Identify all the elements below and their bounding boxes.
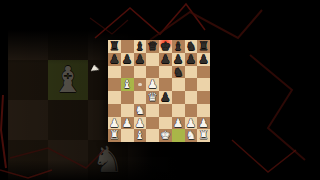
white-rook: ♜ (198, 129, 209, 142)
square-e3[interactable] (159, 104, 172, 117)
chess-board[interactable]: ♜♝♛♚♝♞♜♟♟♟♟♟♟♟♞♝♟♛♟♞♟♟♟♟♟♟♜♝♚♞♜ (108, 40, 210, 142)
square-f3 (208, 140, 248, 180)
square-g4 (248, 100, 288, 140)
square-g5 (248, 60, 288, 100)
black-pawn: ♟ (252, 0, 284, 20)
square-g3 (248, 140, 288, 180)
square-b4[interactable] (121, 91, 134, 104)
white-pawn: ♟ (122, 117, 133, 130)
black-pawn: ♟ (198, 53, 209, 66)
black-pawn: ♟ (172, 0, 204, 20)
square-e8[interactable]: ♚ (159, 40, 172, 53)
square-f4[interactable] (172, 91, 185, 104)
square-h3[interactable] (197, 104, 210, 117)
square-e1[interactable]: ♚ (159, 129, 172, 142)
square-e7: ♟ (168, 0, 208, 20)
square-g4[interactable] (185, 91, 198, 104)
square-f1[interactable] (172, 129, 185, 142)
black-pawn: ♟ (173, 53, 184, 66)
square-h4[interactable] (197, 91, 210, 104)
white-bishop: ♝ (135, 129, 146, 142)
square-f8[interactable]: ♝ (172, 40, 185, 53)
black-king: ♚ (160, 40, 171, 53)
square-e4[interactable]: ♟ (159, 91, 172, 104)
square-g6[interactable] (185, 66, 198, 79)
black-knight: ♞ (173, 66, 184, 79)
white-pawn: ♟ (173, 117, 184, 130)
square-f4 (208, 100, 248, 140)
square-b3[interactable] (121, 104, 134, 117)
square-c7[interactable]: ♟ (134, 53, 147, 66)
square-f5 (208, 60, 248, 100)
white-king: ♚ (160, 129, 171, 142)
square-f3[interactable] (172, 104, 185, 117)
square-h5[interactable] (197, 78, 210, 91)
square-d2[interactable] (146, 117, 159, 130)
square-f7: ♟ (208, 0, 248, 20)
square-h6 (288, 20, 320, 60)
black-pawn: ♟ (212, 0, 244, 20)
white-bishop: ♝ (52, 60, 84, 100)
black-bishop: ♝ (173, 40, 184, 53)
square-g3[interactable] (185, 104, 198, 117)
square-a5 (8, 60, 48, 100)
square-c1[interactable]: ♝ (134, 129, 147, 142)
video-frame: ♜♝♛♚♝♞♜♟♟♟♟♟♟♟♞♝♟♛♟♞♟♟♟♟♟♟♜♝♚♞♜ ♜♝♛♚♝♞♜♟… (0, 0, 320, 180)
black-queen: ♛ (147, 40, 158, 53)
black-pawn: ♟ (160, 91, 171, 104)
square-a3[interactable] (108, 104, 121, 117)
black-pawn: ♟ (52, 0, 84, 20)
square-b5[interactable]: ♝ (121, 78, 134, 91)
black-pawn: ♟ (12, 0, 44, 20)
square-a7: ♟ (8, 0, 48, 20)
white-knight: ♞ (135, 104, 146, 117)
square-h6[interactable] (197, 66, 210, 79)
square-c7: ♟ (88, 0, 128, 20)
square-f6: ♞ (208, 20, 248, 60)
black-pawn: ♟ (186, 53, 197, 66)
square-a1[interactable]: ♜ (108, 129, 121, 142)
square-a6[interactable] (108, 66, 121, 79)
black-knight: ♞ (186, 40, 197, 53)
square-d3[interactable] (146, 104, 159, 117)
square-g5[interactable] (185, 78, 198, 91)
square-a4[interactable] (108, 91, 121, 104)
square-b3 (48, 140, 88, 180)
move-hint-dot (138, 83, 141, 86)
square-d3 (128, 140, 168, 180)
square-h1[interactable]: ♜ (197, 129, 210, 142)
square-d7[interactable] (146, 53, 159, 66)
square-h5 (288, 60, 320, 100)
white-queen: ♛ (147, 91, 158, 104)
square-h3 (288, 140, 320, 180)
square-b4 (48, 100, 88, 140)
square-d4[interactable]: ♛ (146, 91, 159, 104)
square-g7[interactable]: ♟ (185, 53, 198, 66)
square-c5[interactable] (134, 78, 147, 91)
square-h7: ♟ (288, 0, 320, 20)
square-b1[interactable] (121, 129, 134, 142)
square-a7[interactable]: ♟ (108, 53, 121, 66)
white-rook: ♜ (109, 129, 120, 142)
square-f2[interactable]: ♟ (172, 117, 185, 130)
black-pawn: ♟ (135, 53, 146, 66)
square-d8[interactable]: ♛ (146, 40, 159, 53)
square-b6 (48, 20, 88, 60)
square-g7: ♟ (248, 0, 288, 20)
square-c3: ♞ (88, 140, 128, 180)
square-h7[interactable]: ♟ (197, 53, 210, 66)
white-knight: ♞ (92, 140, 124, 180)
square-a4 (8, 100, 48, 140)
square-g8[interactable]: ♞ (185, 40, 198, 53)
square-d1[interactable] (146, 129, 159, 142)
square-a3 (8, 140, 48, 180)
black-pawn: ♟ (292, 0, 320, 20)
square-e3 (168, 140, 208, 180)
black-pawn: ♟ (92, 0, 124, 20)
square-h8[interactable]: ♜ (197, 40, 210, 53)
square-b2[interactable]: ♟ (121, 117, 134, 130)
white-knight: ♞ (186, 129, 197, 142)
black-bishop: ♝ (135, 40, 146, 53)
black-rook: ♜ (198, 40, 209, 53)
square-f6[interactable]: ♞ (172, 66, 185, 79)
white-bishop: ♝ (122, 78, 133, 91)
square-e7[interactable]: ♟ (159, 53, 172, 66)
square-a8[interactable]: ♜ (108, 40, 121, 53)
black-pawn: ♟ (122, 53, 133, 66)
square-a5[interactable] (108, 78, 121, 91)
square-b5: ♝ (48, 60, 88, 100)
square-g6 (248, 20, 288, 60)
square-d7 (128, 0, 168, 20)
square-b8[interactable] (121, 40, 134, 53)
black-pawn: ♟ (109, 53, 120, 66)
square-g1[interactable]: ♞ (185, 129, 198, 142)
square-f5[interactable] (172, 78, 185, 91)
square-b7[interactable]: ♟ (121, 53, 134, 66)
square-b7: ♟ (48, 0, 88, 20)
square-a6 (8, 20, 48, 60)
black-pawn: ♟ (160, 53, 171, 66)
square-c6[interactable] (134, 66, 147, 79)
black-rook: ♜ (109, 40, 120, 53)
square-c4[interactable] (134, 91, 147, 104)
black-knight: ♞ (212, 20, 244, 60)
square-f7[interactable]: ♟ (172, 53, 185, 66)
square-c3[interactable]: ♞ (134, 104, 147, 117)
square-e6[interactable] (159, 66, 172, 79)
square-c8[interactable]: ♝ (134, 40, 147, 53)
square-h4 (288, 100, 320, 140)
